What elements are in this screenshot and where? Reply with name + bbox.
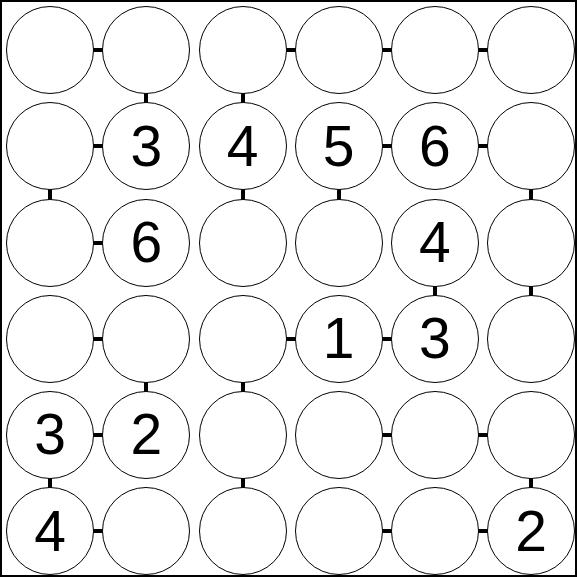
cell-r2c3[interactable]: 4 [199, 102, 287, 190]
cell-r4c4[interactable]: 1 [295, 295, 383, 383]
cell-r1c2[interactable] [102, 6, 190, 94]
cell-r5c1[interactable]: 3 [6, 391, 94, 479]
cell-r3c2[interactable]: 6 [102, 199, 190, 287]
cell-r6c4[interactable] [295, 487, 383, 575]
cell-r3c1[interactable] [6, 199, 94, 287]
given-digit: 3 [34, 406, 66, 463]
given-digit: 4 [419, 214, 451, 271]
cell-r3c4[interactable] [295, 199, 383, 287]
strimko-board: 345664133242 [0, 0, 577, 577]
cell-r1c1[interactable] [6, 6, 94, 94]
given-digit: 1 [323, 310, 355, 367]
cell-r5c2[interactable]: 2 [102, 391, 190, 479]
given-digit: 2 [130, 406, 162, 463]
cell-r2c5[interactable]: 6 [391, 102, 479, 190]
given-digit: 3 [419, 310, 451, 367]
cell-r4c2[interactable] [102, 295, 190, 383]
cell-r5c5[interactable] [391, 391, 479, 479]
cell-r3c5[interactable]: 4 [391, 199, 479, 287]
cell-r5c4[interactable] [295, 391, 383, 479]
cell-r4c6[interactable] [487, 295, 575, 383]
cell-r5c3[interactable] [199, 391, 287, 479]
cell-r4c1[interactable] [6, 295, 94, 383]
given-digit: 3 [130, 118, 162, 175]
cell-r2c1[interactable] [6, 102, 94, 190]
cell-r3c6[interactable] [487, 199, 575, 287]
given-digit: 4 [34, 503, 66, 560]
cell-r1c4[interactable] [295, 6, 383, 94]
cell-r4c5[interactable]: 3 [391, 295, 479, 383]
cell-r1c5[interactable] [391, 6, 479, 94]
given-digit: 6 [130, 214, 162, 271]
given-digit: 6 [419, 118, 451, 175]
cell-r1c6[interactable] [487, 6, 575, 94]
given-digit: 4 [227, 118, 259, 175]
given-digit: 5 [323, 118, 355, 175]
cell-r4c3[interactable] [199, 295, 287, 383]
cell-r6c6[interactable]: 2 [487, 487, 575, 575]
cell-r2c4[interactable]: 5 [295, 102, 383, 190]
cell-r6c3[interactable] [199, 487, 287, 575]
cell-r6c1[interactable]: 4 [6, 487, 94, 575]
given-digit: 2 [515, 503, 547, 560]
cell-r6c2[interactable] [102, 487, 190, 575]
cell-r3c3[interactable] [199, 199, 287, 287]
cell-r6c5[interactable] [391, 487, 479, 575]
cell-r1c3[interactable] [199, 6, 287, 94]
cell-r2c6[interactable] [487, 102, 575, 190]
cell-r2c2[interactable]: 3 [102, 102, 190, 190]
cell-r5c6[interactable] [487, 391, 575, 479]
